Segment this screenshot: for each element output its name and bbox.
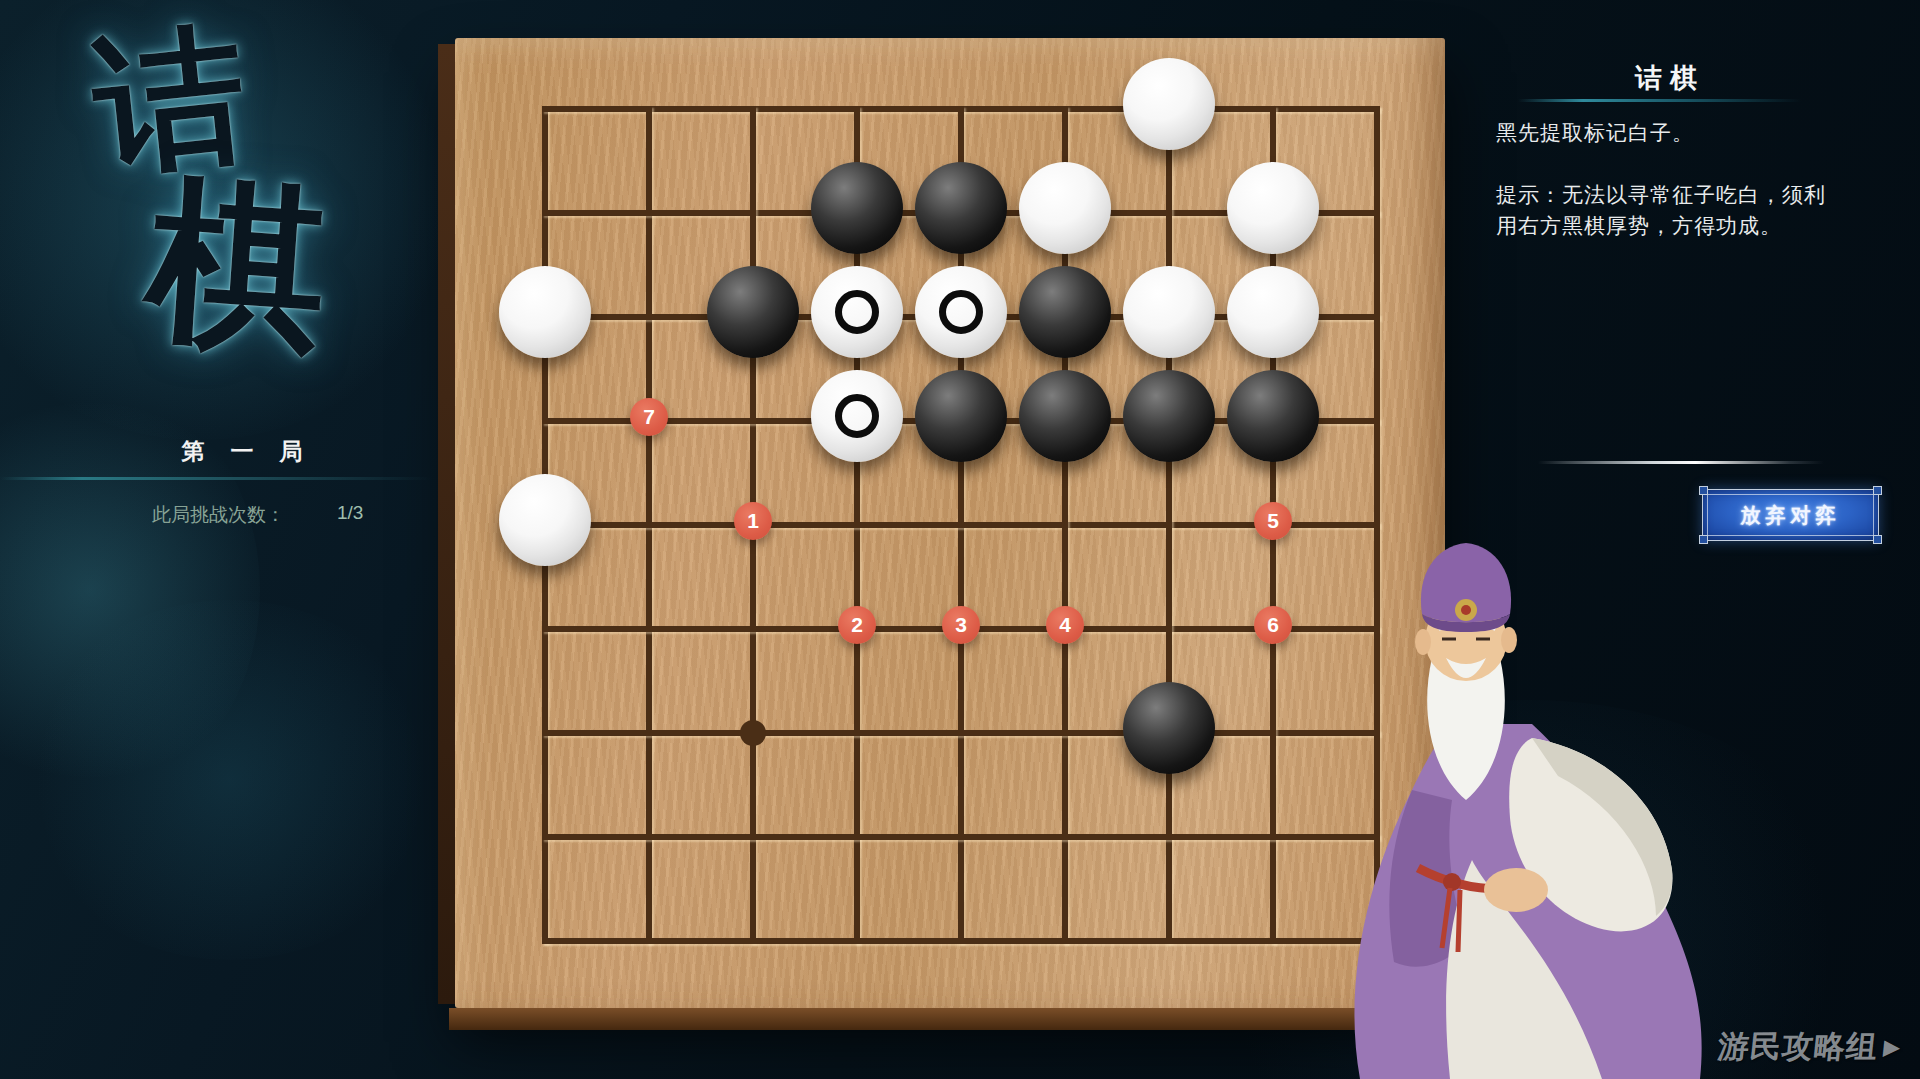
black-stone <box>1019 370 1111 462</box>
black-stone <box>707 266 799 358</box>
move-sequence-marker: 2 <box>838 606 876 644</box>
marked-white-stone <box>811 370 903 462</box>
white-stone <box>1227 266 1319 358</box>
black-stone <box>1019 266 1111 358</box>
marked-white-stone <box>915 266 1007 358</box>
puzzle-hint-line2: 用右方黑棋厚势，方得功成。 <box>1496 210 1920 241</box>
black-stone <box>915 370 1007 462</box>
puzzle-hint: 提示：无法以寻常征子吃白，须利 用右方黑棋厚势，方得功成。 <box>1496 179 1920 241</box>
move-sequence-marker: 6 <box>1254 606 1292 644</box>
grid-line-horizontal <box>542 938 1380 944</box>
capture-target-ring <box>835 290 879 334</box>
grid-line-horizontal <box>542 834 1380 840</box>
title-divider <box>1518 99 1813 102</box>
black-stone <box>915 162 1007 254</box>
white-stone <box>1123 266 1215 358</box>
attempts-row: 此局挑战次数： 1/3 <box>152 502 363 528</box>
move-sequence-marker: 4 <box>1046 606 1084 644</box>
elder-character-illustration <box>1300 538 1920 1079</box>
move-sequence-marker: 1 <box>734 502 772 540</box>
watermark-text: 游民攻略组 <box>1716 1026 1880 1068</box>
puzzle-hint-line1: 提示：无法以寻常征子吃白，须利 <box>1496 179 1920 210</box>
black-stone <box>1123 370 1215 462</box>
button-corner-ornament <box>1699 486 1708 495</box>
white-stone <box>499 474 591 566</box>
teal-mist <box>20 600 440 960</box>
forfeit-button-label: 放弃对弈 <box>1741 502 1841 529</box>
capture-target-ring <box>939 290 983 334</box>
calligraphy-art-char2: 棋 <box>140 142 334 394</box>
white-stone <box>499 266 591 358</box>
black-stone <box>1123 682 1215 774</box>
puzzle-objective: 黑先提取标记白子。 <box>1496 119 1694 147</box>
button-divider <box>1538 461 1824 464</box>
move-sequence-marker: 5 <box>1254 502 1292 540</box>
grid-line-vertical <box>1166 106 1172 944</box>
left-divider <box>0 477 456 480</box>
round-label: 第一局 <box>105 436 405 467</box>
watermark-logo: 游民攻略组 ▶ <box>1716 1026 1903 1068</box>
move-sequence-marker: 7 <box>630 398 668 436</box>
star-point <box>740 720 766 746</box>
go-board[interactable]: 1234567 <box>455 38 1445 1008</box>
forfeit-game-button[interactable]: 放弃对弈 <box>1702 489 1879 541</box>
attempts-label: 此局挑战次数： <box>152 502 285 528</box>
black-stone <box>1227 370 1319 462</box>
button-corner-ornament <box>1873 486 1882 495</box>
white-stone <box>1123 58 1215 150</box>
white-stone <box>1019 162 1111 254</box>
attempts-value: 1/3 <box>337 502 363 528</box>
watermark-arrow-icon: ▶ <box>1883 1035 1902 1059</box>
marked-white-stone <box>811 266 903 358</box>
black-stone <box>811 162 903 254</box>
white-stone <box>1227 162 1319 254</box>
elder-body <box>1354 724 1701 1079</box>
grid-line-horizontal <box>542 730 1380 736</box>
game-screen: 诘 棋 第一局 此局挑战次数： 1/3 1234567 诘棋 黑先提取标记白子。… <box>0 0 1920 1079</box>
capture-target-ring <box>835 394 879 438</box>
move-sequence-marker: 3 <box>942 606 980 644</box>
puzzle-title: 诘棋 <box>1560 60 1780 96</box>
